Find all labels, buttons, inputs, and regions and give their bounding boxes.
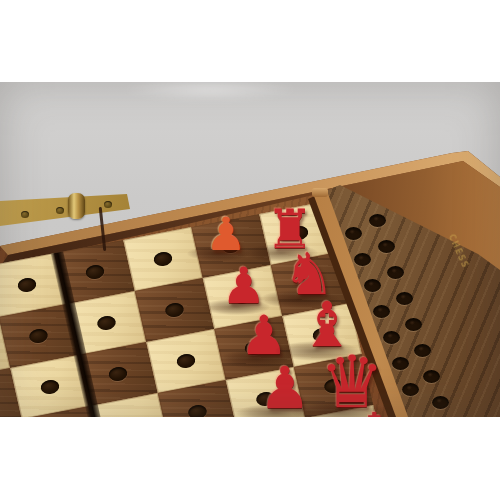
photograph: CHESS ♟♜♟♞♟♝♟♛♚ [0,82,500,417]
piece-red-king-e8[interactable]: ♚ [327,403,421,417]
hinge-screw-icon [104,201,112,208]
peg-hole [28,327,49,344]
tray-hole [423,370,440,383]
peg-hole [16,276,37,293]
tray-hole [405,318,422,331]
peg-hole [84,263,105,280]
peg-hole [187,403,208,417]
tray-hole [378,240,395,253]
peg-hole [175,352,196,369]
tray-hole [383,331,400,344]
peg-hole [152,250,173,267]
hinge-screw-icon [21,211,29,218]
tray-hole [432,396,449,409]
hinge-knuckle-icon [68,193,85,219]
peg-hole [39,378,60,395]
tray-hole [396,292,413,305]
peg-hole [107,365,128,382]
tray-hole [414,344,431,357]
tray-hole [345,227,362,240]
peg-hole [119,416,140,417]
tray-hole [387,266,404,279]
tray-hole [364,279,381,292]
tray-hole [373,305,390,318]
peg-hole [164,301,185,318]
hinge-screw-icon [56,207,64,214]
rail-end-cap [312,188,328,197]
backdrop-reflection [120,82,300,100]
tray-hole [402,383,419,396]
tray-hole [369,214,386,227]
screenshot-canvas: CHESS ♟♜♟♞♟♝♟♛♚ [0,0,500,500]
tray-hole [354,253,371,266]
scene: CHESS ♟♜♟♞♟♝♟♛♚ [0,82,500,417]
peg-hole [96,314,117,331]
